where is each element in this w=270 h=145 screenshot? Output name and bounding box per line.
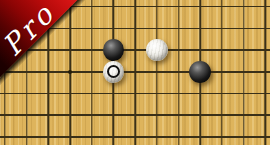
star-point [68,70,72,74]
black-stone[interactable] [189,61,211,83]
black-stone[interactable] [103,39,125,61]
circle-marker [107,65,120,78]
go-board[interactable]: Pro [0,0,270,145]
white-stone[interactable] [146,39,168,61]
white-stone[interactable] [103,61,125,83]
